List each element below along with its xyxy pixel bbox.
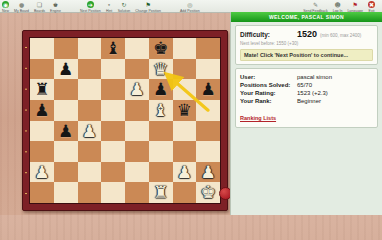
hint-icon: • — [106, 1, 113, 8]
square-g2[interactable]: ♟ — [173, 162, 197, 183]
white-pawn-a2: ♟ — [30, 162, 54, 183]
boards-icon: ❏ — [36, 1, 43, 8]
send-feedback-icon: ✎ — [312, 1, 319, 8]
black-pawn-h6: ♟ — [196, 79, 220, 100]
square-a6[interactable]: ♜ — [30, 79, 54, 100]
stat-value: pascal simon — [297, 74, 332, 80]
square-d7[interactable] — [101, 59, 125, 80]
stat-row: User:pascal simon — [240, 74, 373, 80]
square-e2[interactable] — [125, 162, 149, 183]
hint-button[interactable]: •Hint — [106, 1, 113, 13]
white-pawn-e6: ♟ — [125, 79, 149, 100]
square-d8[interactable]: ♝ — [101, 38, 125, 59]
square-h3[interactable] — [196, 141, 220, 162]
black-pawn-a5: ♟ — [30, 100, 54, 121]
square-c7[interactable] — [78, 59, 102, 80]
square-c4[interactable]: ♟ — [78, 121, 102, 142]
white-rook-f1: ♜ — [149, 182, 173, 203]
white-pawn-h2: ♟ — [196, 162, 220, 183]
stat-row: Positions Solved:65/70 — [240, 82, 373, 88]
black-queen-g5: ♛ — [173, 100, 197, 121]
square-h7[interactable] — [196, 59, 220, 80]
square-g8[interactable] — [173, 38, 197, 59]
square-h2[interactable]: ♟ — [196, 162, 220, 183]
stat-label: Your Rating: — [240, 90, 297, 96]
square-f8[interactable]: ♚ — [149, 38, 173, 59]
black-pawn-b4: ♟ — [54, 121, 78, 142]
next-level-text: Next level before: 1550 (+30) — [240, 41, 373, 46]
square-g4[interactable] — [173, 121, 197, 142]
white-bishop-f5: ♝ — [149, 100, 173, 121]
difficulty-note: (min 600, max 2400) — [320, 33, 361, 38]
white-pawn-c4: ♟ — [78, 121, 102, 142]
stat-value: 65/70 — [297, 82, 312, 88]
stat-row: Your Rank:Beginner — [240, 98, 373, 104]
square-e1[interactable] — [125, 182, 149, 203]
my-board-button[interactable]: ●My Board — [14, 1, 29, 13]
frame-rank-dots — [24, 37, 28, 204]
status-message: Mate! Click 'Next Position' to continue.… — [240, 49, 373, 61]
square-b3[interactable] — [54, 141, 78, 162]
next-position-icon: ➔ — [87, 1, 94, 8]
boards-button[interactable]: ❏Boards — [34, 1, 45, 13]
my-board-icon: ● — [18, 1, 25, 8]
exit-button[interactable]: ✖Exit — [368, 1, 375, 13]
white-pawn-g2: ♟ — [173, 162, 197, 183]
language-icon: ⚑ — [352, 1, 359, 8]
add-position-icon: ◎ — [186, 1, 193, 8]
square-e5[interactable] — [125, 100, 149, 121]
difficulty-value: 1520 — [297, 29, 317, 39]
change-position-icon: ⚑ — [145, 1, 152, 8]
black-king-f8: ♚ — [149, 38, 173, 59]
square-a4[interactable] — [30, 121, 54, 142]
login-button[interactable]: ☻Log In — [333, 1, 343, 13]
square-d5[interactable] — [101, 100, 125, 121]
add-position-button[interactable]: ◎Add Position — [180, 1, 200, 13]
ranking-lists-link[interactable]: Ranking Lists — [240, 115, 276, 121]
stat-label: Positions Solved: — [240, 82, 297, 88]
chess-board[interactable]: ♝♚♟♛♜♟♟♟♟♝♛♟♟♟♟♟♜♚ — [30, 38, 220, 203]
stat-value: 1523 (+2.3) — [297, 90, 328, 96]
my-board-label: My Board — [14, 9, 29, 13]
login-icon: ☻ — [334, 1, 341, 8]
welcome-banner: WELCOME, PASCAL SIMON — [231, 12, 382, 22]
chess-board-frame: ♝♚♟♛♜♟♟♟♟♝♛♟♟♟♟♟♜♚ — [22, 30, 228, 211]
square-b7[interactable]: ♟ — [54, 59, 78, 80]
square-b4[interactable]: ♟ — [54, 121, 78, 142]
black-pawn-f6: ♟ — [149, 79, 173, 100]
language-button[interactable]: ⚑Language — [347, 1, 363, 13]
square-b1[interactable] — [54, 182, 78, 203]
stat-row: Your Rating:1523 (+2.3) — [240, 90, 373, 96]
stat-label: Your Rank: — [240, 98, 297, 104]
square-b5[interactable] — [54, 100, 78, 121]
square-d4[interactable] — [101, 121, 125, 142]
square-h6[interactable]: ♟ — [196, 79, 220, 100]
next-position-label: Next Position — [80, 9, 101, 13]
white-queen-f7: ♛ — [149, 59, 173, 80]
square-c1[interactable] — [78, 182, 102, 203]
square-f4[interactable] — [149, 121, 173, 142]
engine-button[interactable]: ♚Engine — [50, 1, 61, 13]
square-e7[interactable] — [125, 59, 149, 80]
welcome-text: WELCOME, PASCAL SIMON — [269, 14, 344, 20]
new-icon: ◉ — [2, 1, 9, 8]
square-c6[interactable] — [78, 79, 102, 100]
square-a2[interactable]: ♟ — [30, 162, 54, 183]
square-e3[interactable] — [125, 141, 149, 162]
square-b6[interactable] — [54, 79, 78, 100]
engine-icon: ♚ — [52, 1, 59, 8]
white-king-h1: ♚ — [196, 182, 220, 203]
square-f1[interactable]: ♜ — [149, 182, 173, 203]
engine-label: Engine — [50, 9, 61, 13]
next-position-button[interactable]: ➔Next Position — [80, 1, 101, 13]
add-position-label: Add Position — [180, 9, 200, 13]
stat-label: User: — [240, 74, 297, 80]
change-position-button[interactable]: ⚑Change Position — [135, 1, 161, 13]
square-f5[interactable]: ♝ — [149, 100, 173, 121]
send-feedback-button[interactable]: ✎Send Feedback — [303, 1, 328, 13]
difficulty-card: Difficulty: 1520 (min 600, max 2400) Nex… — [235, 25, 378, 65]
square-a1[interactable] — [30, 182, 54, 203]
new-button[interactable]: ◉New — [2, 1, 9, 13]
square-f6[interactable]: ♟ — [149, 79, 173, 100]
square-g5[interactable]: ♛ — [173, 100, 197, 121]
square-g1[interactable] — [173, 182, 197, 203]
square-h1[interactable]: ♚ — [196, 182, 220, 203]
boards-label: Boards — [34, 9, 45, 13]
change-position-label: Change Position — [135, 9, 161, 13]
new-label: New — [2, 9, 9, 13]
square-d3[interactable] — [101, 141, 125, 162]
square-b8[interactable] — [54, 38, 78, 59]
square-f3[interactable] — [149, 141, 173, 162]
square-b2[interactable] — [54, 162, 78, 183]
square-e6[interactable]: ♟ — [125, 79, 149, 100]
square-c2[interactable] — [78, 162, 102, 183]
solution-button[interactable]: ↻Solution — [118, 1, 131, 13]
stats-card: User:pascal simonPositions Solved:65/70Y… — [235, 68, 378, 128]
black-rook-a6: ♜ — [30, 79, 54, 100]
square-f7[interactable]: ♛ — [149, 59, 173, 80]
square-d6[interactable] — [101, 79, 125, 100]
square-h4[interactable] — [196, 121, 220, 142]
hint-label: Hint — [106, 9, 112, 13]
black-pawn-b7: ♟ — [54, 59, 78, 80]
square-c5[interactable] — [78, 100, 102, 121]
square-a3[interactable] — [30, 141, 54, 162]
black-bishop-d8: ♝ — [101, 38, 125, 59]
difficulty-label: Difficulty: — [240, 31, 297, 38]
solution-label: Solution — [118, 9, 131, 13]
info-panel: WELCOME, PASCAL SIMON Difficulty: 1520 (… — [230, 12, 382, 215]
square-h5[interactable] — [196, 100, 220, 121]
solution-icon: ↻ — [120, 1, 127, 8]
frame-file-dots — [29, 205, 221, 209]
square-e4[interactable] — [125, 121, 149, 142]
square-c8[interactable] — [78, 38, 102, 59]
square-e8[interactable] — [125, 38, 149, 59]
exit-icon: ✖ — [368, 1, 375, 8]
square-a7[interactable] — [30, 59, 54, 80]
square-a8[interactable] — [30, 38, 54, 59]
square-g7[interactable] — [173, 59, 197, 80]
stat-value: Beginner — [297, 98, 321, 104]
square-h8[interactable] — [196, 38, 220, 59]
square-d1[interactable] — [101, 182, 125, 203]
square-f2[interactable] — [149, 162, 173, 183]
square-d2[interactable] — [101, 162, 125, 183]
square-c3[interactable] — [78, 141, 102, 162]
square-g3[interactable] — [173, 141, 197, 162]
square-g6[interactable] — [173, 79, 197, 100]
square-a5[interactable]: ♟ — [30, 100, 54, 121]
